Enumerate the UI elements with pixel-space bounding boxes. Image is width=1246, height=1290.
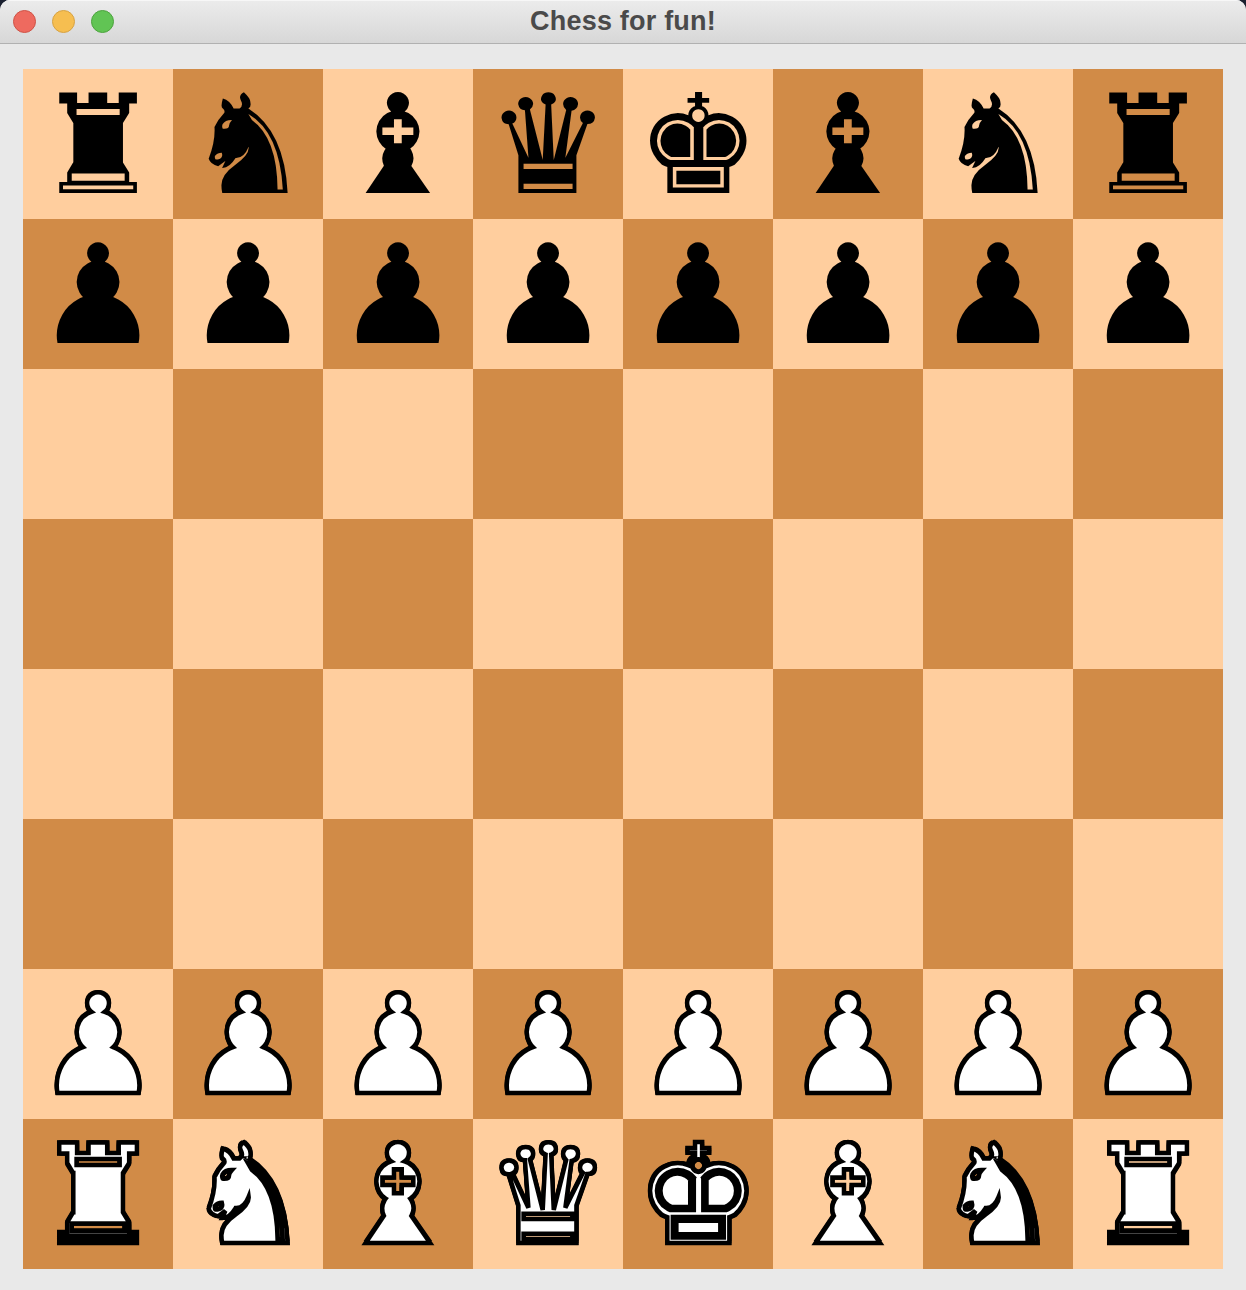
square-b6[interactable] [173,369,323,519]
square-d1[interactable]: ♛ [473,1119,623,1269]
square-e6[interactable] [623,369,773,519]
piece-black-pawn[interactable]: ♟ [1086,221,1210,369]
piece-black-pawn[interactable]: ♟ [186,221,310,369]
square-e1[interactable]: ♚ [623,1119,773,1269]
window-controls [13,0,114,43]
close-button[interactable] [13,10,36,33]
square-c5[interactable] [323,519,473,669]
square-g1[interactable]: ♞ [923,1119,1073,1269]
window-content: ♜♞♝♛♚♝♞♜♟♟♟♟♟♟♟♟♟♟♟♟♟♟♟♟♜♞♝♛♚♝♞♜ [0,44,1246,1290]
square-f2[interactable]: ♟ [773,969,923,1119]
piece-white-bishop[interactable]: ♝ [786,1121,910,1269]
square-c4[interactable] [323,669,473,819]
chess-board: ♜♞♝♛♚♝♞♜♟♟♟♟♟♟♟♟♟♟♟♟♟♟♟♟♜♞♝♛♚♝♞♜ [23,69,1223,1269]
app-window: Chess for fun! ♜♞♝♛♚♝♞♜♟♟♟♟♟♟♟♟♟♟♟♟♟♟♟♟♜… [0,0,1246,1290]
piece-black-rook[interactable]: ♜ [36,71,160,219]
piece-white-pawn[interactable]: ♟ [786,971,910,1119]
square-a3[interactable] [23,819,173,969]
square-e2[interactable]: ♟ [623,969,773,1119]
piece-white-pawn[interactable]: ♟ [336,971,460,1119]
square-g2[interactable]: ♟ [923,969,1073,1119]
square-b1[interactable]: ♞ [173,1119,323,1269]
piece-black-queen[interactable]: ♛ [486,71,610,219]
square-a8[interactable]: ♜ [23,69,173,219]
square-c8[interactable]: ♝ [323,69,473,219]
square-b3[interactable] [173,819,323,969]
piece-white-rook[interactable]: ♜ [36,1121,160,1269]
square-b8[interactable]: ♞ [173,69,323,219]
square-g4[interactable] [923,669,1073,819]
piece-white-knight[interactable]: ♞ [186,1121,310,1269]
square-a2[interactable]: ♟ [23,969,173,1119]
square-e5[interactable] [623,519,773,669]
square-e3[interactable] [623,819,773,969]
piece-white-bishop[interactable]: ♝ [336,1121,460,1269]
square-d4[interactable] [473,669,623,819]
square-b5[interactable] [173,519,323,669]
square-g3[interactable] [923,819,1073,969]
square-h4[interactable] [1073,669,1223,819]
piece-white-knight[interactable]: ♞ [936,1121,1060,1269]
square-g7[interactable]: ♟ [923,219,1073,369]
square-c3[interactable] [323,819,473,969]
piece-black-knight[interactable]: ♞ [936,71,1060,219]
piece-white-pawn[interactable]: ♟ [636,971,760,1119]
square-e7[interactable]: ♟ [623,219,773,369]
piece-white-queen[interactable]: ♛ [486,1121,610,1269]
square-a4[interactable] [23,669,173,819]
square-f3[interactable] [773,819,923,969]
square-h2[interactable]: ♟ [1073,969,1223,1119]
piece-black-bishop[interactable]: ♝ [786,71,910,219]
piece-black-pawn[interactable]: ♟ [486,221,610,369]
square-c7[interactable]: ♟ [323,219,473,369]
square-h6[interactable] [1073,369,1223,519]
square-h1[interactable]: ♜ [1073,1119,1223,1269]
square-f8[interactable]: ♝ [773,69,923,219]
square-d6[interactable] [473,369,623,519]
piece-black-pawn[interactable]: ♟ [936,221,1060,369]
square-b4[interactable] [173,669,323,819]
square-f5[interactable] [773,519,923,669]
piece-black-bishop[interactable]: ♝ [336,71,460,219]
square-h7[interactable]: ♟ [1073,219,1223,369]
square-b2[interactable]: ♟ [173,969,323,1119]
square-a7[interactable]: ♟ [23,219,173,369]
piece-black-pawn[interactable]: ♟ [636,221,760,369]
square-d8[interactable]: ♛ [473,69,623,219]
square-a5[interactable] [23,519,173,669]
piece-black-pawn[interactable]: ♟ [786,221,910,369]
square-c2[interactable]: ♟ [323,969,473,1119]
piece-white-pawn[interactable]: ♟ [486,971,610,1119]
piece-black-pawn[interactable]: ♟ [336,221,460,369]
piece-black-knight[interactable]: ♞ [186,71,310,219]
piece-black-pawn[interactable]: ♟ [36,221,160,369]
piece-white-pawn[interactable]: ♟ [36,971,160,1119]
square-h5[interactable] [1073,519,1223,669]
zoom-button[interactable] [91,10,114,33]
piece-white-king[interactable]: ♚ [636,1121,760,1269]
square-e4[interactable] [623,669,773,819]
title-bar[interactable]: Chess for fun! [0,0,1246,44]
square-a6[interactable] [23,369,173,519]
square-h8[interactable]: ♜ [1073,69,1223,219]
square-d3[interactable] [473,819,623,969]
square-f6[interactable] [773,369,923,519]
square-g8[interactable]: ♞ [923,69,1073,219]
square-f7[interactable]: ♟ [773,219,923,369]
square-d5[interactable] [473,519,623,669]
square-d2[interactable]: ♟ [473,969,623,1119]
piece-black-king[interactable]: ♚ [636,71,760,219]
minimize-button[interactable] [52,10,75,33]
square-c6[interactable] [323,369,473,519]
square-e8[interactable]: ♚ [623,69,773,219]
square-b7[interactable]: ♟ [173,219,323,369]
square-d7[interactable]: ♟ [473,219,623,369]
piece-white-pawn[interactable]: ♟ [186,971,310,1119]
square-f1[interactable]: ♝ [773,1119,923,1269]
piece-black-rook[interactable]: ♜ [1086,71,1210,219]
square-g6[interactable] [923,369,1073,519]
square-f4[interactable] [773,669,923,819]
square-h3[interactable] [1073,819,1223,969]
square-g5[interactable] [923,519,1073,669]
window-title: Chess for fun! [530,6,716,37]
square-c1[interactable]: ♝ [323,1119,473,1269]
square-a1[interactable]: ♜ [23,1119,173,1269]
piece-white-pawn[interactable]: ♟ [936,971,1060,1119]
piece-white-rook[interactable]: ♜ [1086,1121,1210,1269]
piece-white-pawn[interactable]: ♟ [1086,971,1210,1119]
